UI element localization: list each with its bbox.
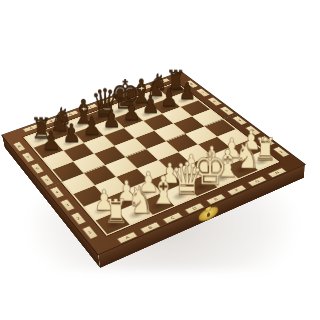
scene-3d: ♜♞♝♛♚♝♞♜♟♟♟♟♟♟♟♟♟♟♟♟♟♟♟♟♜♞♝♛♚♝♞♜ AA88BB7… <box>0 0 320 320</box>
piece-black-pawn-g7: ♟ <box>158 87 179 109</box>
piece-black-pawn-e7: ♟ <box>120 100 142 123</box>
piece-black-pawn-b7: ♟ <box>60 122 83 145</box>
coord-rank-1-left: 1 <box>82 226 98 240</box>
piece-black-pawn-d7: ♟ <box>101 107 123 130</box>
product-photo-stage: ♜♞♝♛♚♝♞♜♟♟♟♟♟♟♟♟♟♟♟♟♟♟♟♟♜♞♝♛♚♝♞♜ AA88BB7… <box>0 0 320 320</box>
piece-black-pawn-c7: ♟ <box>81 114 103 137</box>
coord-rank-6-right: 6 <box>207 97 222 106</box>
brass-clasp-icon <box>198 204 218 225</box>
piece-white-rook-a1: ♜ <box>103 197 129 227</box>
chess-board: ♜♞♝♛♚♝♞♜♟♟♟♟♟♟♟♟♟♟♟♟♟♟♟♟♜♞♝♛♚♝♞♜ AA88BB7… <box>2 72 305 255</box>
piece-black-pawn-f7: ♟ <box>140 93 161 115</box>
piece-white-knight-b1: ♞ <box>126 184 152 218</box>
board-grid: ♜♞♝♛♚♝♞♜♟♟♟♟♟♟♟♟♟♟♟♟♟♟♟♟♜♞♝♛♚♝♞♜ <box>25 83 277 234</box>
coord-rank-7-right: 7 <box>196 88 210 97</box>
piece-black-pawn-a7: ♟ <box>40 129 63 153</box>
coord-rank-2-left: 2 <box>71 212 87 225</box>
piece-black-pawn-h7: ♟ <box>177 80 198 102</box>
